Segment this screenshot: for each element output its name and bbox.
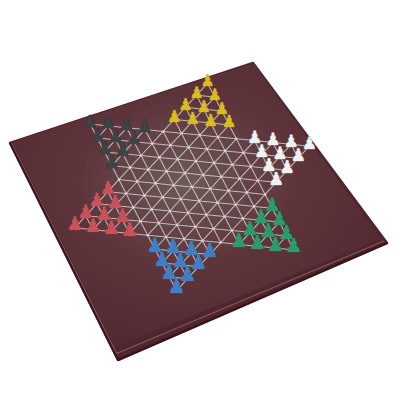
board-hole[interactable] (139, 220, 142, 223)
board-hole[interactable] (151, 142, 154, 145)
board-hole[interactable] (161, 196, 164, 199)
board-hole[interactable] (220, 176, 223, 179)
board-hole[interactable] (249, 165, 252, 168)
board-hole[interactable] (187, 146, 190, 149)
board-hole[interactable] (198, 200, 201, 203)
board-hole[interactable] (205, 214, 208, 217)
board-hole[interactable] (191, 186, 194, 189)
board-hole[interactable] (150, 208, 153, 211)
peg-yellow[interactable]: ♟ (167, 107, 182, 126)
board-hole[interactable] (158, 222, 161, 225)
board-hole[interactable] (227, 189, 230, 192)
photo-scene: ♟♟♟♟♟♟♟♟♟♟♟♟♟♟♟♟♟♟♟♟♟♟♟♟♟♟♟♟♟♟♟♟♟♟♟♟♟♟♟♟… (0, 0, 400, 400)
board-hole[interactable] (202, 174, 205, 177)
board-hole[interactable] (176, 224, 179, 227)
board-hole[interactable] (187, 212, 190, 215)
board-hole[interactable] (154, 182, 157, 185)
peg-green[interactable]: ♟ (267, 233, 284, 256)
board-hole[interactable] (217, 136, 220, 139)
board-hole[interactable] (231, 163, 234, 166)
peg-yellow[interactable]: ♟ (203, 111, 218, 130)
board-hole[interactable] (169, 144, 172, 147)
board-hole[interactable] (195, 160, 198, 163)
peg-green[interactable]: ♟ (285, 234, 302, 257)
peg-red[interactable]: ♟ (121, 218, 138, 240)
board-hole[interactable] (242, 151, 245, 154)
board-hole[interactable] (180, 132, 183, 135)
board-hole[interactable] (165, 170, 168, 173)
board-hole[interactable] (136, 180, 139, 183)
peg-yellow[interactable]: ♟ (222, 112, 237, 131)
board-hole[interactable] (199, 134, 202, 137)
board-hole[interactable] (158, 156, 161, 159)
peg-green[interactable]: ♟ (230, 229, 247, 252)
board-hole[interactable] (184, 172, 187, 175)
board-hole[interactable] (180, 198, 183, 201)
chinese-checkers-board: ♟♟♟♟♟♟♟♟♟♟♟♟♟♟♟♟♟♟♟♟♟♟♟♟♟♟♟♟♟♟♟♟♟♟♟♟♟♟♟♟… (0, 0, 400, 400)
peg-green[interactable]: ♟ (249, 231, 266, 254)
peg-black[interactable]: ♟ (104, 152, 120, 172)
board-hole[interactable] (140, 154, 143, 157)
board-hole[interactable] (172, 184, 175, 187)
board-hole[interactable] (216, 201, 219, 204)
peg-white[interactable]: ♟ (268, 168, 284, 189)
peg-yellow[interactable]: ♟ (185, 109, 200, 128)
board-hole[interactable] (132, 206, 135, 209)
board-hole[interactable] (235, 138, 238, 141)
board-hole[interactable] (194, 226, 197, 229)
peg-red[interactable]: ♟ (103, 216, 120, 238)
board-hole[interactable] (220, 241, 223, 244)
board-hole[interactable] (147, 168, 150, 171)
board-hole[interactable] (169, 210, 172, 213)
board-hole[interactable] (162, 130, 165, 133)
board-hole[interactable] (143, 194, 146, 197)
board-hole[interactable] (118, 178, 121, 181)
board-hole[interactable] (212, 227, 215, 230)
board-hole[interactable] (257, 179, 260, 182)
board-hole[interactable] (246, 191, 249, 194)
board-hole[interactable] (223, 215, 226, 218)
peg-blue[interactable]: ♟ (167, 274, 185, 298)
board-hole[interactable] (206, 148, 209, 151)
board-hole[interactable] (209, 188, 212, 191)
board-hole[interactable] (224, 150, 227, 153)
peg-red[interactable]: ♟ (66, 212, 83, 234)
board-hole[interactable] (125, 192, 128, 195)
board-hole[interactable] (129, 166, 132, 169)
board-hole[interactable] (176, 158, 179, 161)
peg-red[interactable]: ♟ (84, 214, 101, 236)
board-hole[interactable] (213, 162, 216, 165)
board-hole[interactable] (238, 177, 241, 180)
board-hole[interactable] (234, 203, 237, 206)
